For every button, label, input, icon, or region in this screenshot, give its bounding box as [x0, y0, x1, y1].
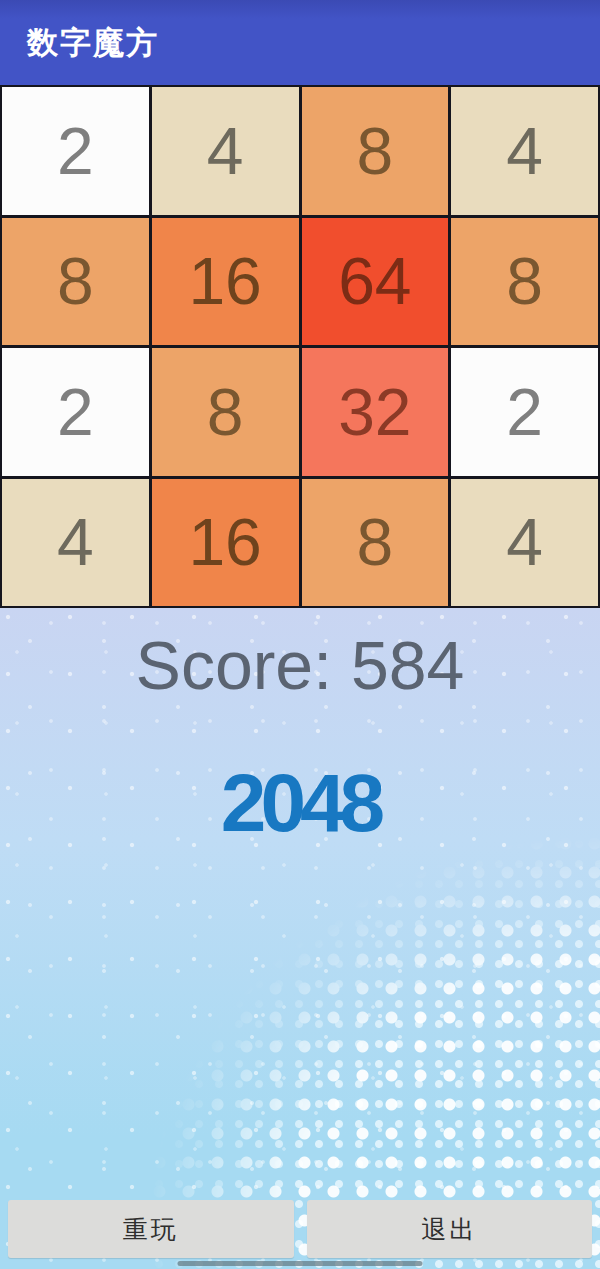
tile-4: 4: [2, 479, 149, 607]
app-header: 数字魔方: [0, 0, 600, 85]
tile-16: 16: [152, 218, 299, 346]
tile-2: 2: [2, 348, 149, 476]
tile-64: 64: [302, 218, 449, 346]
background: Score: 584 2048 重玩 退出: [0, 608, 600, 1269]
replay-button[interactable]: 重玩: [8, 1200, 294, 1258]
exit-button[interactable]: 退出: [307, 1200, 593, 1258]
tile-8: 8: [302, 87, 449, 215]
tile-4: 4: [152, 87, 299, 215]
tile-32: 32: [302, 348, 449, 476]
home-indicator-bar[interactable]: [178, 1261, 423, 1266]
tile-2: 2: [2, 87, 149, 215]
button-row: 重玩 退出: [8, 1200, 592, 1258]
tile-8: 8: [152, 348, 299, 476]
tile-8: 8: [2, 218, 149, 346]
tile-8: 8: [302, 479, 449, 607]
app-title: 数字魔方: [27, 22, 159, 64]
tile-4: 4: [451, 479, 598, 607]
tile-8: 8: [451, 218, 598, 346]
logo-2048: 2048: [0, 756, 600, 850]
tile-16: 16: [152, 479, 299, 607]
tile-2: 2: [451, 348, 598, 476]
speckle-pattern: [0, 608, 600, 1269]
tile-4: 4: [451, 87, 598, 215]
score-text: Score: 584: [0, 626, 600, 704]
app-screen: 数字魔方 24848166482832241684 Score: 584 204…: [0, 0, 600, 1269]
board[interactable]: 24848166482832241684: [0, 85, 600, 608]
